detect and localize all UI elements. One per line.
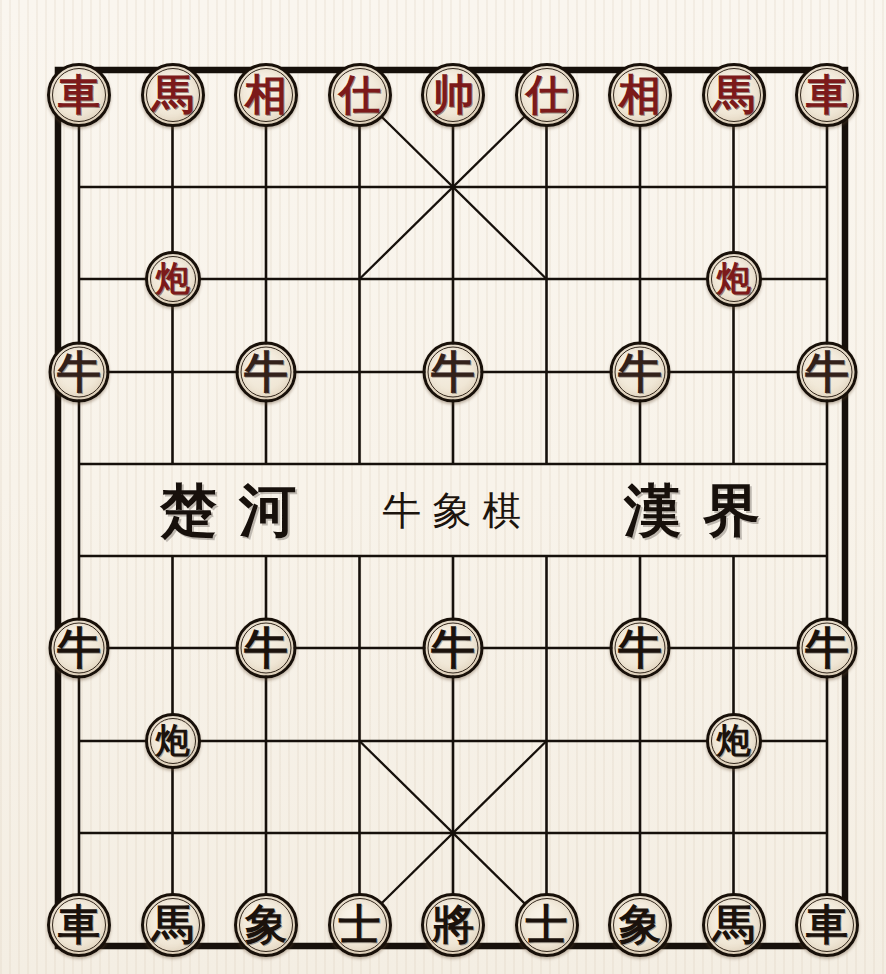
- piece-black-chariot[interactable]: 車: [47, 893, 111, 957]
- piece-black-ox-soldier[interactable]: 牛: [797, 618, 858, 679]
- piece-red-elephant[interactable]: 相: [234, 63, 298, 127]
- piece-black-ox-soldier[interactable]: 牛: [423, 618, 484, 679]
- piece-black-ox-soldier[interactable]: 牛: [610, 618, 671, 679]
- piece-black-cannon[interactable]: 炮: [145, 713, 201, 769]
- piece-black-elephant[interactable]: 象: [234, 893, 298, 957]
- piece-red-ox-soldier[interactable]: 牛: [49, 342, 110, 403]
- piece-red-chariot[interactable]: 車: [47, 63, 111, 127]
- piece-black-chariot[interactable]: 車: [795, 893, 859, 957]
- piece-red-horse[interactable]: 馬: [702, 63, 766, 127]
- piece-red-chariot[interactable]: 車: [795, 63, 859, 127]
- piece-black-horse[interactable]: 馬: [702, 893, 766, 957]
- piece-red-ox-soldier[interactable]: 牛: [610, 342, 671, 403]
- piece-red-ox-soldier[interactable]: 牛: [423, 342, 484, 403]
- piece-red-cannon[interactable]: 炮: [145, 251, 201, 307]
- piece-black-horse[interactable]: 馬: [141, 893, 205, 957]
- piece-black-ox-soldier[interactable]: 牛: [49, 618, 110, 679]
- piece-black-advisor[interactable]: 士: [515, 893, 579, 957]
- piece-black-cannon[interactable]: 炮: [706, 713, 762, 769]
- river-label-game-title: 牛象棋: [372, 468, 533, 554]
- piece-black-ox-soldier[interactable]: 牛: [236, 618, 297, 679]
- xiangqi-board: 楚河 牛象棋 漢界 車馬相仕帅仕相馬車炮炮牛牛牛牛牛牛牛牛牛牛炮炮車馬象士將士象…: [0, 0, 886, 974]
- piece-black-general[interactable]: 將: [421, 893, 485, 957]
- piece-black-advisor[interactable]: 士: [328, 893, 392, 957]
- piece-red-horse[interactable]: 馬: [141, 63, 205, 127]
- piece-red-ox-soldier[interactable]: 牛: [797, 342, 858, 403]
- piece-red-advisor[interactable]: 仕: [328, 63, 392, 127]
- river-label-han-jie: 漢界: [602, 468, 782, 554]
- piece-red-elephant[interactable]: 相: [608, 63, 672, 127]
- piece-red-advisor[interactable]: 仕: [515, 63, 579, 127]
- piece-red-general[interactable]: 帅: [421, 63, 485, 127]
- piece-red-ox-soldier[interactable]: 牛: [236, 342, 297, 403]
- piece-red-cannon[interactable]: 炮: [706, 251, 762, 307]
- river-label-chu-he: 楚河: [138, 468, 318, 554]
- piece-black-elephant[interactable]: 象: [608, 893, 672, 957]
